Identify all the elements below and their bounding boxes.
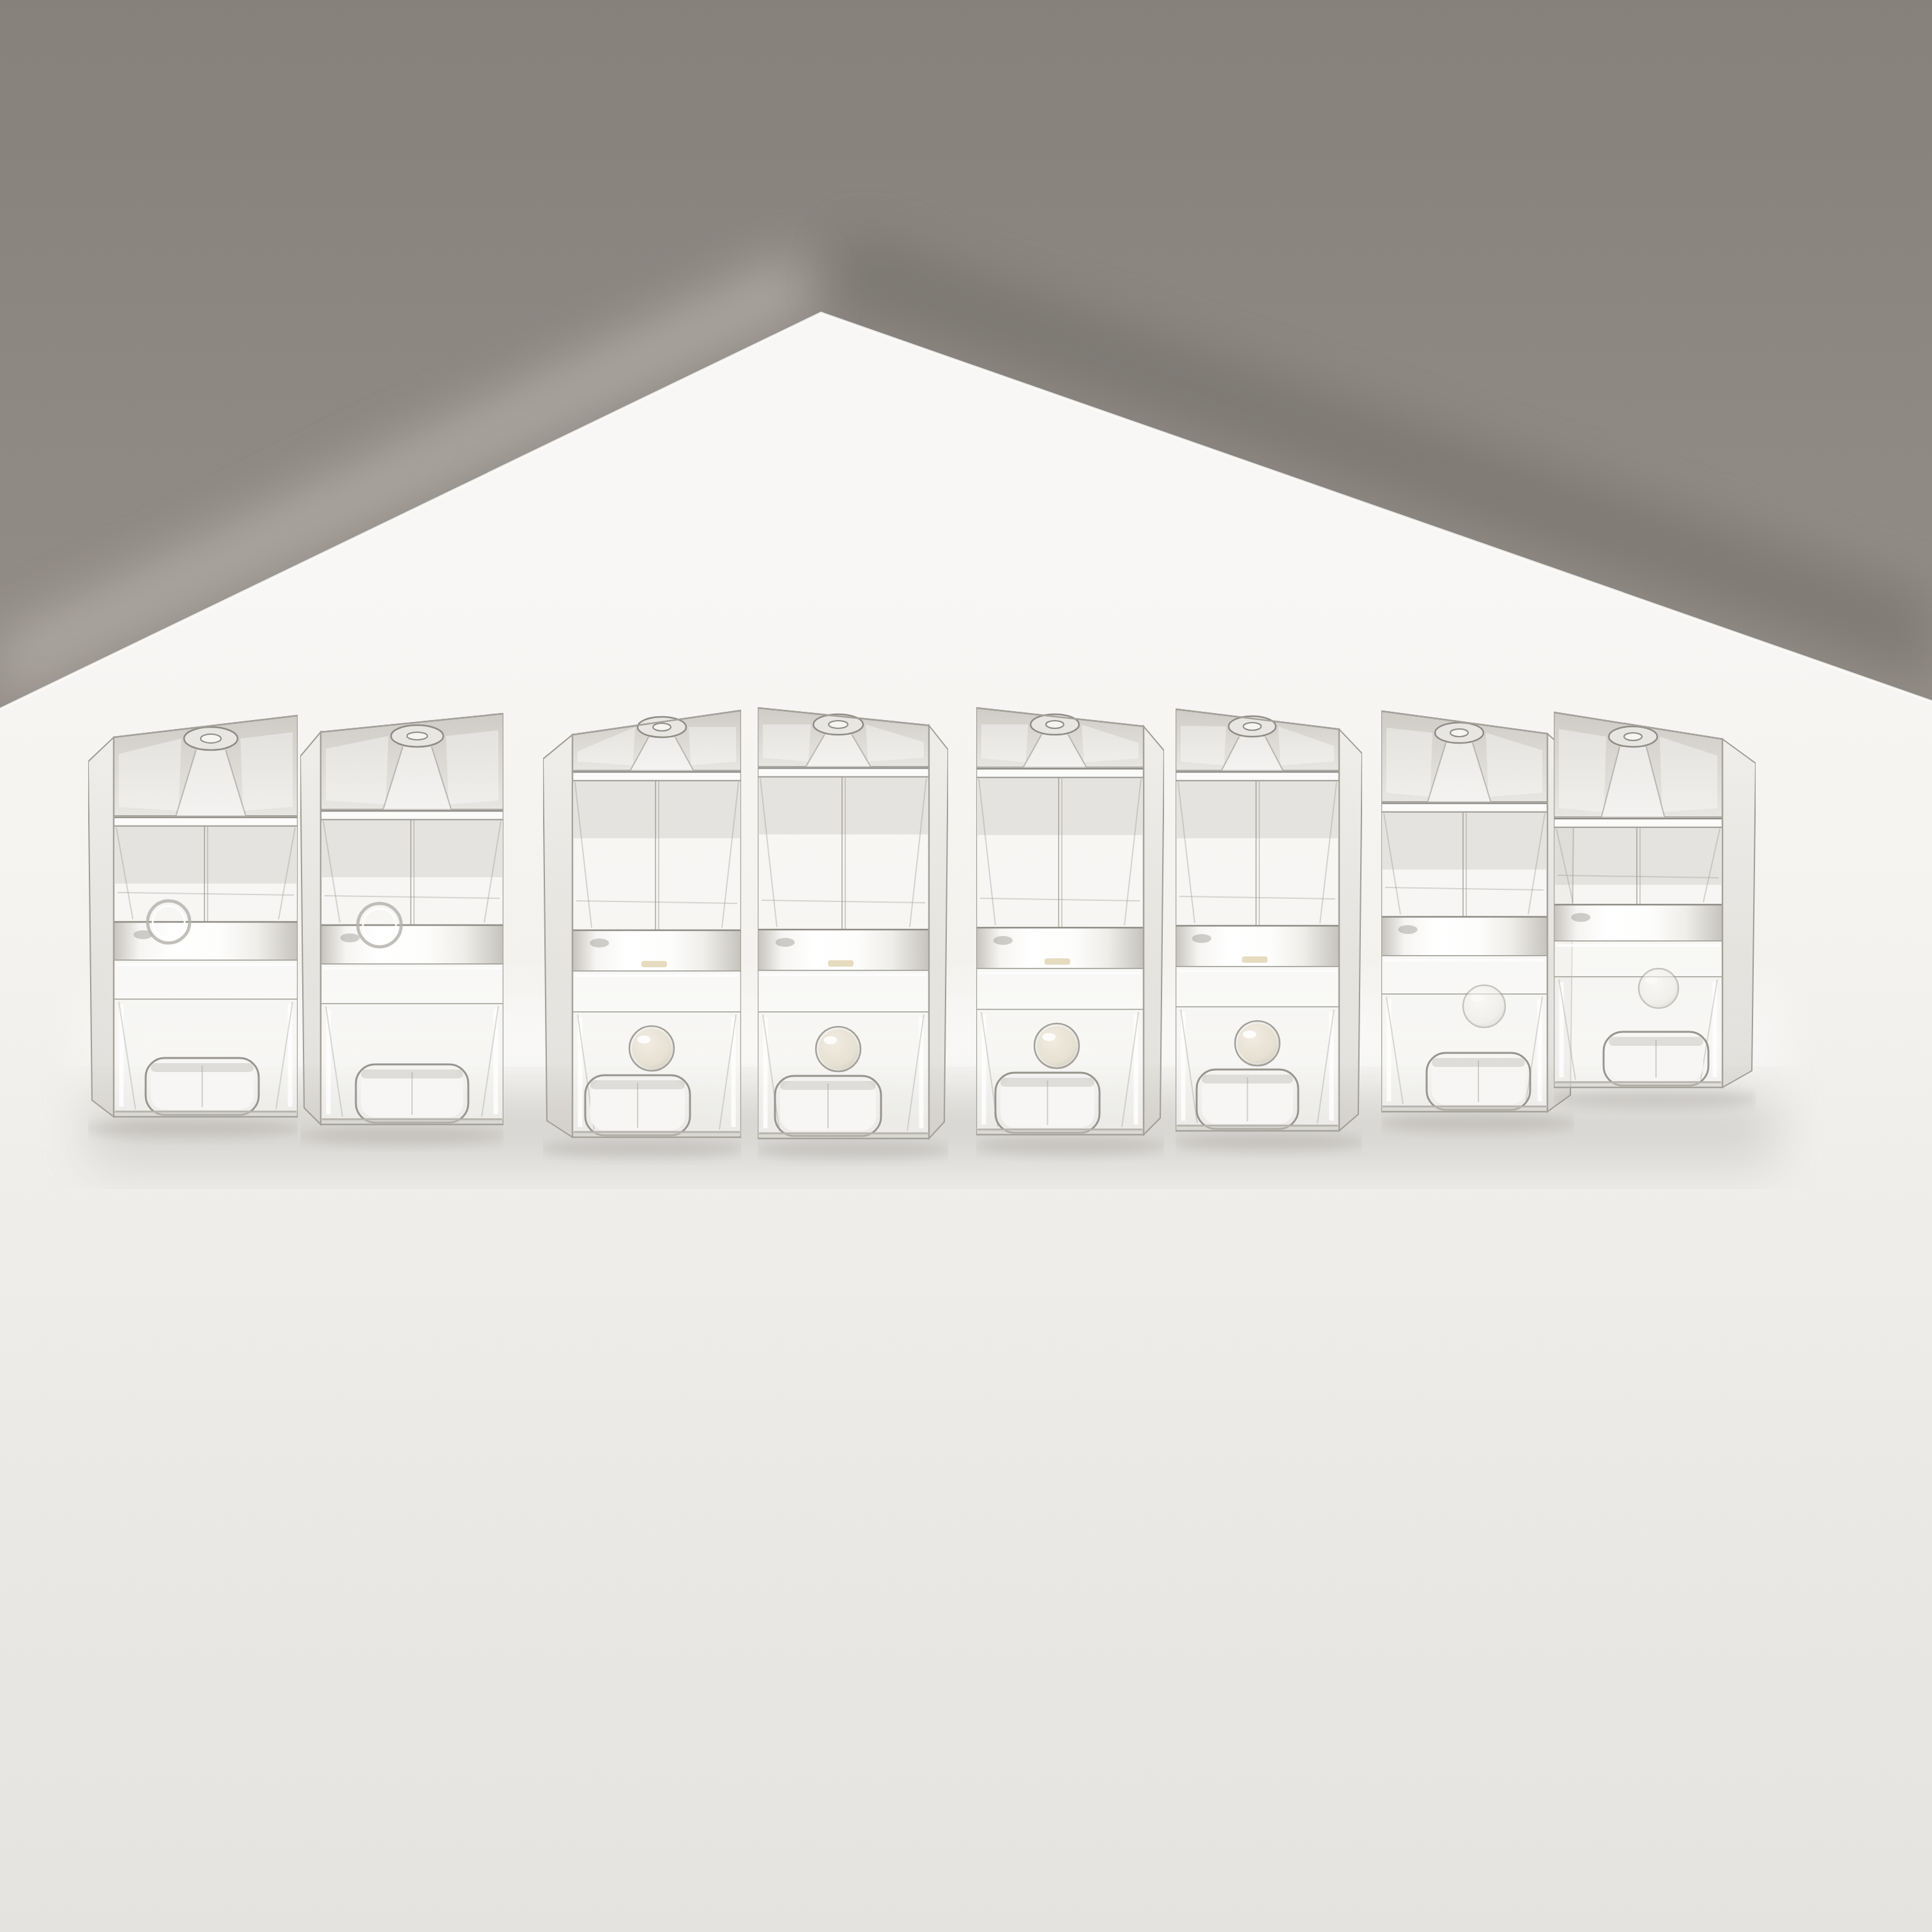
step-band [572, 971, 741, 1012]
glass-block-art-5 [976, 703, 1164, 1164]
mid-band [1176, 926, 1339, 967]
top-face [1381, 711, 1547, 802]
bubble [1639, 969, 1678, 1008]
block-shadow [1554, 1090, 1756, 1108]
candle-hole [1609, 726, 1657, 747]
block-shadow [758, 1141, 948, 1159]
step-band [321, 964, 503, 1004]
mid-band [321, 925, 503, 964]
side-face [88, 737, 114, 1117]
glass-block-art-3 [543, 705, 741, 1167]
amber-mark [1242, 956, 1268, 963]
amber-mark [828, 960, 854, 967]
glass-block-art-8 [1554, 707, 1756, 1117]
bubble [1034, 1023, 1079, 1068]
mid-band [114, 922, 298, 960]
lower-front [1176, 1007, 1339, 1131]
glass-block-art-2 [300, 709, 503, 1154]
side-face [929, 726, 948, 1139]
base-window [1197, 1069, 1298, 1129]
step-band [114, 960, 298, 999]
lower-front [758, 1012, 929, 1138]
step-band [976, 969, 1144, 1009]
side-face [1339, 729, 1362, 1131]
candle-hole [1031, 714, 1079, 735]
step-band [1176, 967, 1339, 1007]
base-window [995, 1073, 1100, 1133]
amber-mark [641, 961, 667, 967]
base-window [1427, 1053, 1530, 1110]
mid-band [572, 930, 741, 971]
top-face [321, 714, 503, 809]
candle-hole [184, 727, 238, 750]
bubble [629, 1026, 674, 1071]
candle-hole [391, 725, 443, 747]
side-face [1144, 726, 1164, 1135]
base-window [356, 1064, 468, 1123]
base-window [585, 1075, 690, 1135]
mid-band [1381, 917, 1547, 956]
side-face [1722, 739, 1756, 1087]
glass-block-art-6 [1176, 704, 1362, 1160]
top-face [1554, 712, 1722, 817]
block-shadow [1381, 1114, 1574, 1132]
top-face [572, 710, 741, 770]
bubble [1235, 1021, 1280, 1066]
photo-scene [0, 0, 1932, 1932]
top-face [1176, 709, 1339, 770]
top-face [114, 716, 298, 816]
block-shadow [976, 1137, 1164, 1155]
step-band [1381, 956, 1547, 994]
glass-block-art-1 [88, 710, 298, 1146]
mid-band [976, 928, 1144, 969]
block-shadow [300, 1127, 503, 1145]
base-window [1604, 1032, 1708, 1085]
lower-front [572, 1012, 741, 1137]
mid-band [1554, 905, 1722, 941]
step-band [1554, 941, 1722, 977]
side-face [543, 735, 572, 1137]
block-shadow [1176, 1133, 1362, 1151]
step-band [758, 970, 929, 1012]
lower-front [976, 1009, 1144, 1135]
candle-hole [1435, 723, 1483, 743]
bubble [1463, 985, 1505, 1027]
block-shadow [88, 1119, 298, 1137]
amber-mark [1045, 958, 1070, 965]
base-window [146, 1058, 259, 1115]
mid-band [758, 930, 929, 970]
glass-block-art-4 [758, 703, 948, 1168]
glass-block-art-7 [1381, 706, 1574, 1141]
side-face [300, 732, 321, 1124]
bubble [816, 1027, 861, 1071]
base-window [775, 1076, 881, 1136]
lower-front [1554, 969, 1722, 1087]
lower-front [1381, 985, 1547, 1112]
block-shadow [543, 1140, 741, 1158]
